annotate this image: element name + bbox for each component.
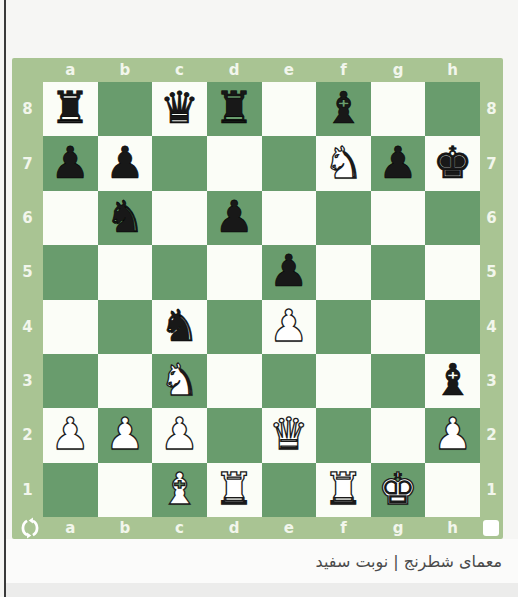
square-e3[interactable] — [262, 354, 317, 408]
square-a6[interactable] — [43, 191, 98, 245]
square-d5[interactable] — [207, 245, 262, 299]
white-rook[interactable]: ♜ — [324, 467, 363, 511]
square-d4[interactable] — [207, 300, 262, 354]
square-f4[interactable] — [316, 300, 371, 354]
rank-label-2-left: 2 — [12, 408, 43, 462]
square-f1[interactable]: ♜ — [316, 463, 371, 517]
square-b5[interactable] — [98, 245, 153, 299]
square-c8[interactable]: ♛ — [152, 82, 207, 136]
file-label-a-top: a — [43, 58, 98, 82]
white-knight[interactable]: ♞ — [324, 141, 363, 185]
rank-label-5-left: 5 — [12, 245, 43, 299]
black-knight[interactable]: ♞ — [160, 304, 199, 348]
file-label-a-bottom: a — [43, 517, 98, 539]
rank-label-3-left: 3 — [12, 354, 43, 408]
square-h1[interactable] — [425, 463, 480, 517]
square-e8[interactable] — [262, 82, 317, 136]
black-pawn[interactable]: ♟ — [214, 195, 253, 239]
rank-label-6-right: 6 — [480, 191, 503, 245]
square-e6[interactable] — [262, 191, 317, 245]
square-h3[interactable]: ♝ — [425, 354, 480, 408]
square-b3[interactable] — [98, 354, 153, 408]
square-b7[interactable]: ♟ — [98, 136, 153, 190]
square-h4[interactable] — [425, 300, 480, 354]
file-label-h-bottom: h — [425, 517, 480, 539]
rank-label-3-right: 3 — [480, 354, 503, 408]
square-h6[interactable] — [425, 191, 480, 245]
white-pawn[interactable]: ♟ — [433, 412, 472, 456]
square-f8[interactable]: ♝ — [316, 82, 371, 136]
square-c4[interactable]: ♞ — [152, 300, 207, 354]
rank-label-1-left: 1 — [12, 463, 43, 517]
white-queen[interactable]: ♛ — [269, 412, 308, 456]
rank-label-7-right: 7 — [480, 136, 503, 190]
square-b2[interactable]: ♟ — [98, 408, 153, 462]
file-label-d-top: d — [207, 58, 262, 82]
file-label-d-bottom: d — [207, 517, 262, 539]
square-g7[interactable]: ♟ — [371, 136, 426, 190]
square-g4[interactable] — [371, 300, 426, 354]
puzzle-caption: معمای شطرنج | نوبت سفید — [316, 552, 502, 571]
square-e1[interactable] — [262, 463, 317, 517]
page: aabbccddeeffgghh8877665544332211♜♛♜♝♟♟♞♟… — [0, 0, 518, 597]
square-h8[interactable] — [425, 82, 480, 136]
square-h5[interactable] — [425, 245, 480, 299]
square-e5[interactable]: ♟ — [262, 245, 317, 299]
square-d8[interactable]: ♜ — [207, 82, 262, 136]
white-rook[interactable]: ♜ — [214, 467, 253, 511]
rank-label-5-right: 5 — [480, 245, 503, 299]
black-king[interactable]: ♚ — [433, 141, 472, 185]
square-g3[interactable] — [371, 354, 426, 408]
bottom-strip — [6, 583, 518, 597]
square-c1[interactable]: ♝ — [152, 463, 207, 517]
square-f6[interactable] — [316, 191, 371, 245]
black-knight[interactable]: ♞ — [105, 195, 144, 239]
file-label-f-bottom: f — [316, 517, 371, 539]
square-a2[interactable]: ♟ — [43, 408, 98, 462]
flip-board-icon[interactable] — [18, 517, 42, 539]
square-b6[interactable]: ♞ — [98, 191, 153, 245]
white-pawn[interactable]: ♟ — [269, 304, 308, 348]
file-label-f-top: f — [316, 58, 371, 82]
square-e4[interactable]: ♟ — [262, 300, 317, 354]
white-pawn[interactable]: ♟ — [105, 412, 144, 456]
square-a7[interactable]: ♟ — [43, 136, 98, 190]
black-bishop[interactable]: ♝ — [324, 86, 363, 130]
file-label-g-bottom: g — [371, 517, 426, 539]
black-pawn[interactable]: ♟ — [51, 141, 90, 185]
file-label-h-top: h — [425, 58, 480, 82]
white-king[interactable]: ♚ — [378, 467, 417, 511]
rank-label-4-left: 4 — [12, 300, 43, 354]
rank-label-7-left: 7 — [12, 136, 43, 190]
caption-bar: معمای شطرنج | نوبت سفید — [6, 539, 518, 583]
square-d7[interactable] — [207, 136, 262, 190]
chess-board: aabbccddeeffgghh8877665544332211♜♛♜♝♟♟♞♟… — [12, 58, 503, 539]
black-pawn[interactable]: ♟ — [269, 249, 308, 293]
square-c2[interactable]: ♟ — [152, 408, 207, 462]
square-b4[interactable] — [98, 300, 153, 354]
square-d6[interactable]: ♟ — [207, 191, 262, 245]
black-pawn[interactable]: ♟ — [378, 141, 417, 185]
square-e7[interactable] — [262, 136, 317, 190]
square-h2[interactable]: ♟ — [425, 408, 480, 462]
square-a4[interactable] — [43, 300, 98, 354]
white-to-move-indicator — [483, 520, 499, 536]
white-bishop[interactable]: ♝ — [160, 467, 199, 511]
square-f2[interactable] — [316, 408, 371, 462]
square-c6[interactable] — [152, 191, 207, 245]
square-c5[interactable] — [152, 245, 207, 299]
rank-label-8-left: 8 — [12, 82, 43, 136]
window-left-border — [4, 0, 6, 597]
square-c7[interactable] — [152, 136, 207, 190]
file-label-c-top: c — [152, 58, 207, 82]
square-g1[interactable]: ♚ — [371, 463, 426, 517]
square-a3[interactable] — [43, 354, 98, 408]
rank-label-8-right: 8 — [480, 82, 503, 136]
black-rook[interactable]: ♜ — [214, 86, 253, 130]
file-label-g-top: g — [371, 58, 426, 82]
square-d3[interactable] — [207, 354, 262, 408]
square-g5[interactable] — [371, 245, 426, 299]
square-e2[interactable]: ♛ — [262, 408, 317, 462]
square-f5[interactable] — [316, 245, 371, 299]
white-knight[interactable]: ♞ — [160, 358, 199, 402]
square-d1[interactable]: ♜ — [207, 463, 262, 517]
black-bishop[interactable]: ♝ — [433, 358, 472, 402]
rank-label-6-left: 6 — [12, 191, 43, 245]
square-a5[interactable] — [43, 245, 98, 299]
black-queen[interactable]: ♛ — [160, 86, 199, 130]
black-rook[interactable]: ♜ — [51, 86, 90, 130]
rank-label-2-right: 2 — [480, 408, 503, 462]
square-b8[interactable] — [98, 82, 153, 136]
rank-label-4-right: 4 — [480, 300, 503, 354]
file-label-e-top: e — [262, 58, 317, 82]
file-label-b-bottom: b — [98, 517, 153, 539]
white-pawn[interactable]: ♟ — [160, 412, 199, 456]
square-f7[interactable]: ♞ — [316, 136, 371, 190]
square-b1[interactable] — [98, 463, 153, 517]
square-c3[interactable]: ♞ — [152, 354, 207, 408]
square-g2[interactable] — [371, 408, 426, 462]
file-label-b-top: b — [98, 58, 153, 82]
black-pawn[interactable]: ♟ — [105, 141, 144, 185]
square-g6[interactable] — [371, 191, 426, 245]
square-d2[interactable] — [207, 408, 262, 462]
rotate-arrows-icon — [19, 517, 41, 539]
square-h7[interactable]: ♚ — [425, 136, 480, 190]
file-label-c-bottom: c — [152, 517, 207, 539]
file-label-e-bottom: e — [262, 517, 317, 539]
square-g8[interactable] — [371, 82, 426, 136]
square-f3[interactable] — [316, 354, 371, 408]
rank-label-1-right: 1 — [480, 463, 503, 517]
square-a8[interactable]: ♜ — [43, 82, 98, 136]
white-pawn[interactable]: ♟ — [51, 412, 90, 456]
square-a1[interactable] — [43, 463, 98, 517]
